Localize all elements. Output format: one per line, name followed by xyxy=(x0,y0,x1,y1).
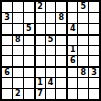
cell-r2c9[interactable] xyxy=(89,13,99,23)
cell-r5c5[interactable] xyxy=(46,46,56,56)
cell-r9c2[interactable]: 2 xyxy=(13,89,23,99)
cell-r5c7[interactable]: 1 xyxy=(67,46,77,56)
cell-r7c1[interactable]: 6 xyxy=(2,67,12,77)
cell-r5c2[interactable] xyxy=(13,46,23,56)
cell-r3c4[interactable] xyxy=(35,24,45,34)
cell-r4c6[interactable] xyxy=(56,35,66,45)
given-digit: 6 xyxy=(4,69,10,77)
given-digit: 1 xyxy=(37,79,43,87)
cell-r5c3[interactable] xyxy=(24,46,34,56)
cell-r9c1[interactable] xyxy=(2,89,12,99)
given-digit: 8 xyxy=(80,69,86,77)
cell-r5c9[interactable] xyxy=(89,46,99,56)
cell-r4c4[interactable] xyxy=(35,35,45,45)
cell-r4c5[interactable]: 5 xyxy=(46,35,56,45)
cell-r6c2[interactable] xyxy=(13,56,23,66)
cell-r9c3[interactable] xyxy=(24,89,34,99)
cell-r2c8[interactable] xyxy=(78,13,88,23)
cell-r1c8[interactable]: 5 xyxy=(78,2,88,12)
cell-r3c6[interactable] xyxy=(56,24,66,34)
cell-r2c5[interactable] xyxy=(46,13,56,23)
cell-r8c5[interactable]: 4 xyxy=(46,78,56,88)
cell-r2c3[interactable] xyxy=(24,13,34,23)
cell-r8c9[interactable] xyxy=(89,78,99,88)
cell-r8c6[interactable] xyxy=(56,78,66,88)
given-digit: 3 xyxy=(4,14,10,22)
cell-r5c1[interactable] xyxy=(2,46,12,56)
cell-r7c6[interactable] xyxy=(56,67,66,77)
cell-r7c8[interactable]: 8 xyxy=(78,67,88,77)
given-digit: 4 xyxy=(48,79,54,87)
cell-r9c9[interactable] xyxy=(89,89,99,99)
cell-r6c3[interactable] xyxy=(24,56,34,66)
cell-r3c9[interactable] xyxy=(89,24,99,34)
cell-r7c7[interactable] xyxy=(67,67,77,77)
given-digit: 8 xyxy=(15,36,21,44)
cell-r3c5[interactable] xyxy=(46,24,56,34)
cell-r3c2[interactable] xyxy=(13,24,23,34)
cell-r7c5[interactable] xyxy=(46,67,56,77)
cell-r4c7[interactable] xyxy=(67,35,77,45)
cell-r9c6[interactable] xyxy=(56,89,66,99)
cell-r5c8[interactable] xyxy=(78,46,88,56)
cell-r1c9[interactable] xyxy=(89,2,99,12)
cell-r6c5[interactable] xyxy=(46,56,56,66)
cell-r8c8[interactable] xyxy=(78,78,88,88)
cell-r4c3[interactable] xyxy=(24,35,34,45)
given-digit: 4 xyxy=(70,25,76,33)
cell-r4c1[interactable] xyxy=(2,35,12,45)
given-digit: 1 xyxy=(70,46,76,54)
cell-r7c3[interactable] xyxy=(24,67,34,77)
given-digit: 7 xyxy=(37,90,43,98)
cell-r6c1[interactable] xyxy=(2,56,12,66)
cell-r6c6[interactable] xyxy=(56,56,66,66)
cell-r1c1[interactable] xyxy=(2,2,12,12)
cell-r7c4[interactable] xyxy=(35,67,45,77)
cell-r3c7[interactable]: 4 xyxy=(67,24,77,34)
cell-r1c4[interactable]: 2 xyxy=(35,2,45,12)
sudoku-board: 25385485166831427 xyxy=(0,0,101,101)
given-digit: 2 xyxy=(37,3,43,11)
cell-r2c2[interactable] xyxy=(13,13,23,23)
cell-r7c9[interactable]: 3 xyxy=(89,67,99,77)
cell-r2c4[interactable] xyxy=(35,13,45,23)
cell-r9c5[interactable] xyxy=(46,89,56,99)
cell-r6c7[interactable]: 6 xyxy=(67,56,77,66)
cell-r7c2[interactable] xyxy=(13,67,23,77)
cell-r6c9[interactable] xyxy=(89,56,99,66)
cell-r3c3[interactable]: 5 xyxy=(24,24,34,34)
cell-r8c3[interactable] xyxy=(24,78,34,88)
cell-r9c8[interactable] xyxy=(78,89,88,99)
cell-r9c7[interactable] xyxy=(67,89,77,99)
cell-r2c7[interactable] xyxy=(67,13,77,23)
cell-r9c4[interactable]: 7 xyxy=(35,89,45,99)
cell-r8c1[interactable] xyxy=(2,78,12,88)
given-digit: 5 xyxy=(48,36,54,44)
cell-r4c9[interactable] xyxy=(89,35,99,45)
cell-r8c7[interactable] xyxy=(67,78,77,88)
cell-r5c6[interactable] xyxy=(56,46,66,56)
cell-r4c2[interactable]: 8 xyxy=(13,35,23,45)
given-digit: 3 xyxy=(91,69,97,77)
cell-r3c8[interactable] xyxy=(78,24,88,34)
cell-r4c8[interactable] xyxy=(78,35,88,45)
cell-r1c7[interactable] xyxy=(67,2,77,12)
cell-r2c6[interactable]: 8 xyxy=(56,13,66,23)
cell-r1c5[interactable] xyxy=(46,2,56,12)
cell-r8c4[interactable]: 1 xyxy=(35,78,45,88)
given-digit: 6 xyxy=(70,57,76,65)
cell-r6c4[interactable] xyxy=(35,56,45,66)
cell-r8c2[interactable] xyxy=(13,78,23,88)
cell-r1c2[interactable] xyxy=(13,2,23,12)
given-digit: 2 xyxy=(15,90,21,98)
given-digit: 5 xyxy=(26,25,32,33)
cell-r3c1[interactable] xyxy=(2,24,12,34)
cell-r2c1[interactable]: 3 xyxy=(2,13,12,23)
cell-r1c3[interactable] xyxy=(24,2,34,12)
cell-r6c8[interactable] xyxy=(78,56,88,66)
given-digit: 5 xyxy=(80,3,86,11)
cell-r5c4[interactable] xyxy=(35,46,45,56)
cell-r1c6[interactable] xyxy=(56,2,66,12)
given-digit: 8 xyxy=(59,14,65,22)
